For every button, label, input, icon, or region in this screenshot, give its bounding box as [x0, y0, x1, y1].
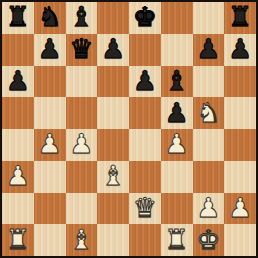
piece-black-queen: ♛ — [69, 34, 93, 64]
square-b7[interactable]: ♟ — [34, 34, 66, 66]
square-d4[interactable] — [97, 129, 129, 161]
square-h2[interactable]: ♟ — [224, 193, 256, 225]
square-f5[interactable]: ♟ — [161, 97, 193, 129]
square-a7[interactable] — [2, 34, 34, 66]
square-h7[interactable]: ♟ — [224, 34, 256, 66]
piece-white-bishop: ♝ — [101, 161, 125, 191]
square-f6[interactable]: ♝ — [161, 66, 193, 98]
chess-board-frame: ♜♞♝♚♜♟♛♟♟♟♟♟♝♟♞♟♟♟♟♝♛♟♟♜♝♜♚ — [0, 0, 258, 258]
square-h8[interactable]: ♜ — [224, 2, 256, 34]
piece-white-pawn: ♟ — [38, 129, 62, 159]
square-e5[interactable] — [129, 97, 161, 129]
square-e7[interactable] — [129, 34, 161, 66]
square-d7[interactable]: ♟ — [97, 34, 129, 66]
square-c5[interactable] — [66, 97, 98, 129]
piece-white-rook: ♜ — [165, 224, 189, 254]
square-g6[interactable] — [193, 66, 225, 98]
piece-white-king: ♚ — [196, 224, 220, 254]
square-g4[interactable] — [193, 129, 225, 161]
piece-white-knight: ♞ — [196, 97, 220, 127]
square-h3[interactable] — [224, 161, 256, 193]
piece-black-pawn: ♟ — [38, 34, 62, 64]
piece-white-bishop: ♝ — [69, 224, 93, 254]
square-c3[interactable] — [66, 161, 98, 193]
piece-white-pawn: ♟ — [165, 129, 189, 159]
square-b8[interactable]: ♞ — [34, 2, 66, 34]
piece-black-king: ♚ — [133, 2, 157, 32]
piece-black-knight: ♞ — [38, 2, 62, 32]
piece-black-bishop: ♝ — [69, 2, 93, 32]
square-f2[interactable] — [161, 193, 193, 225]
square-d5[interactable] — [97, 97, 129, 129]
square-h4[interactable] — [224, 129, 256, 161]
piece-black-bishop: ♝ — [165, 66, 189, 96]
square-e8[interactable]: ♚ — [129, 2, 161, 34]
piece-black-pawn: ♟ — [165, 97, 189, 127]
square-d6[interactable] — [97, 66, 129, 98]
square-b1[interactable] — [34, 224, 66, 256]
square-e2[interactable]: ♛ — [129, 193, 161, 225]
square-c2[interactable] — [66, 193, 98, 225]
square-f1[interactable]: ♜ — [161, 224, 193, 256]
square-e1[interactable] — [129, 224, 161, 256]
square-a1[interactable]: ♜ — [2, 224, 34, 256]
square-h5[interactable] — [224, 97, 256, 129]
piece-white-pawn: ♟ — [196, 193, 220, 223]
piece-white-queen: ♛ — [133, 193, 157, 223]
square-c7[interactable]: ♛ — [66, 34, 98, 66]
square-c8[interactable]: ♝ — [66, 2, 98, 34]
square-g1[interactable]: ♚ — [193, 224, 225, 256]
square-h6[interactable] — [224, 66, 256, 98]
square-d1[interactable] — [97, 224, 129, 256]
square-h1[interactable] — [224, 224, 256, 256]
piece-white-pawn: ♟ — [6, 161, 30, 191]
square-g7[interactable]: ♟ — [193, 34, 225, 66]
square-a6[interactable]: ♟ — [2, 66, 34, 98]
piece-black-rook: ♜ — [6, 2, 30, 32]
square-f7[interactable] — [161, 34, 193, 66]
square-a5[interactable] — [2, 97, 34, 129]
square-a2[interactable] — [2, 193, 34, 225]
square-c6[interactable] — [66, 66, 98, 98]
square-g2[interactable]: ♟ — [193, 193, 225, 225]
square-c1[interactable]: ♝ — [66, 224, 98, 256]
square-a8[interactable]: ♜ — [2, 2, 34, 34]
square-f8[interactable] — [161, 2, 193, 34]
piece-white-pawn: ♟ — [69, 129, 93, 159]
square-d8[interactable] — [97, 2, 129, 34]
square-f4[interactable]: ♟ — [161, 129, 193, 161]
square-b6[interactable] — [34, 66, 66, 98]
piece-white-pawn: ♟ — [228, 193, 252, 223]
square-g5[interactable]: ♞ — [193, 97, 225, 129]
chess-board: ♜♞♝♚♜♟♛♟♟♟♟♟♝♟♞♟♟♟♟♝♛♟♟♜♝♜♚ — [2, 2, 256, 256]
piece-white-rook: ♜ — [6, 224, 30, 254]
square-a4[interactable] — [2, 129, 34, 161]
square-b2[interactable] — [34, 193, 66, 225]
piece-black-pawn: ♟ — [101, 34, 125, 64]
square-b3[interactable] — [34, 161, 66, 193]
square-e4[interactable] — [129, 129, 161, 161]
square-b4[interactable]: ♟ — [34, 129, 66, 161]
piece-black-pawn: ♟ — [6, 66, 30, 96]
piece-black-pawn: ♟ — [228, 34, 252, 64]
square-d3[interactable]: ♝ — [97, 161, 129, 193]
square-e3[interactable] — [129, 161, 161, 193]
square-e6[interactable]: ♟ — [129, 66, 161, 98]
square-d2[interactable] — [97, 193, 129, 225]
square-b5[interactable] — [34, 97, 66, 129]
square-f3[interactable] — [161, 161, 193, 193]
square-g8[interactable] — [193, 2, 225, 34]
square-g3[interactable] — [193, 161, 225, 193]
piece-black-pawn: ♟ — [196, 34, 220, 64]
square-a3[interactable]: ♟ — [2, 161, 34, 193]
piece-black-rook: ♜ — [228, 2, 252, 32]
square-c4[interactable]: ♟ — [66, 129, 98, 161]
piece-black-pawn: ♟ — [133, 66, 157, 96]
